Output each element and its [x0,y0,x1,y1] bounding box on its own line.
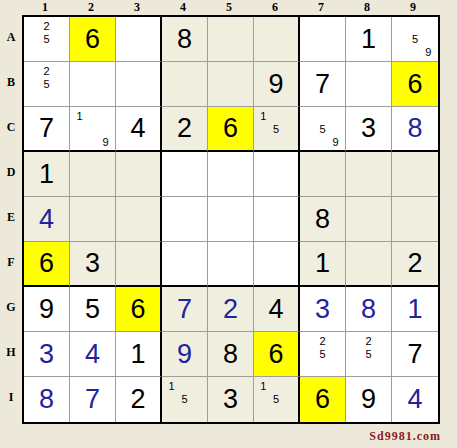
cell-value: 4 [130,115,145,142]
cell-C8[interactable]: 3 [346,107,392,152]
cell-H3[interactable]: 1 [116,332,162,377]
cell-H6[interactable]: 6 [254,332,300,377]
cell-value: 5 [85,296,100,323]
cell-G2[interactable]: 5 [70,287,116,332]
candidate-5: 5 [316,122,329,135]
candidate-5: 5 [270,122,283,135]
cell-value: 8 [223,341,238,368]
cell-value: 4 [407,386,422,413]
candidate-1: 1 [165,379,178,393]
cell-value: 3 [39,341,54,368]
cell-value: 3 [361,115,376,142]
cell-value: 3 [223,386,238,413]
row-labels: ABCDEFGHI [0,15,22,420]
row-label-H: H [0,330,22,375]
cell-H8[interactable]: 25 [346,332,392,377]
candidate-grid: 25 [24,62,69,106]
cell-G7[interactable]: 3 [300,287,346,332]
row-label-D: D [0,150,22,195]
cell-A4[interactable]: 8 [162,17,208,62]
cell-value: 6 [223,115,238,142]
cell-F8[interactable] [346,242,392,287]
candidate-grid: 59 [392,17,438,61]
cell-D4[interactable] [162,152,208,197]
cell-value: 9 [39,296,54,323]
cell-value: 7 [39,115,54,142]
cell-B9[interactable]: 6 [392,62,438,107]
candidate-2: 2 [40,19,53,32]
cell-I9[interactable]: 4 [392,377,438,422]
cell-A7[interactable] [300,17,346,62]
cell-H1[interactable]: 3 [24,332,70,377]
cell-C4[interactable]: 2 [162,107,208,152]
candidate-2: 2 [40,64,53,77]
cell-D3[interactable] [116,152,162,197]
cell-value: 8 [39,386,54,413]
cell-I4[interactable]: 15 [162,377,208,422]
cell-value: 4 [268,296,283,323]
column-label-5: 5 [206,0,252,15]
cell-D2[interactable] [70,152,116,197]
candidate-1: 1 [257,379,270,393]
candidate-grid: 25 [346,332,391,376]
cell-value: 2 [407,250,422,277]
column-label-9: 9 [390,0,436,15]
cell-G3[interactable]: 6 [116,287,162,332]
candidate-grid: 59 [300,107,345,150]
cell-value: 2 [177,115,192,142]
cell-E4[interactable] [162,197,208,242]
cell-value: 8 [177,26,192,53]
cell-G5[interactable]: 2 [208,287,254,332]
cell-H9[interactable]: 7 [392,332,438,377]
cell-E9[interactable] [392,197,438,242]
cell-C2[interactable]: 19 [70,107,116,152]
cell-C5[interactable]: 6 [208,107,254,152]
cell-F9[interactable]: 2 [392,242,438,287]
cell-E1[interactable]: 4 [24,197,70,242]
column-label-3: 3 [114,0,160,15]
candidate-2: 2 [316,334,329,347]
cell-I6[interactable]: 15 [254,377,300,422]
column-label-4: 4 [160,0,206,15]
cell-D9[interactable] [392,152,438,197]
cell-E3[interactable] [116,197,162,242]
cell-G6[interactable]: 4 [254,287,300,332]
sudoku-page: 123456789 ABCDEFGHI 25681592597671942615… [0,0,457,448]
candidate-5: 5 [316,347,329,360]
candidate-5: 5 [178,393,191,407]
cell-value: 6 [39,250,54,277]
candidate-1: 1 [257,109,270,122]
cell-value: 2 [130,386,145,413]
cell-value: 1 [407,296,422,323]
cell-F5[interactable] [208,242,254,287]
row-label-F: F [0,240,22,285]
column-labels: 123456789 [22,0,436,15]
candidate-grid: 15 [254,107,298,150]
cell-value: 8 [315,206,330,233]
cell-value: 4 [85,341,100,368]
cell-A9[interactable]: 59 [392,17,438,62]
cell-I3[interactable]: 2 [116,377,162,422]
cell-value: 7 [407,341,422,368]
cell-B8[interactable] [346,62,392,107]
cell-A6[interactable] [254,17,300,62]
candidate-5: 5 [40,32,53,45]
watermark: Sd9981.com [369,429,441,444]
cell-F4[interactable] [162,242,208,287]
cell-value: 1 [130,341,145,368]
cell-A8[interactable]: 1 [346,17,392,62]
cell-H7[interactable]: 25 [300,332,346,377]
candidate-9: 9 [422,46,435,59]
cell-A1[interactable]: 25 [24,17,70,62]
cell-C3[interactable]: 4 [116,107,162,152]
column-label-1: 1 [22,0,68,15]
cell-E6[interactable] [254,197,300,242]
cell-B4[interactable] [162,62,208,107]
cell-value: 6 [268,341,283,368]
row-label-B: B [0,60,22,105]
cell-E7[interactable]: 8 [300,197,346,242]
cell-F2[interactable]: 3 [70,242,116,287]
cell-G1[interactable]: 9 [24,287,70,332]
cell-value: 2 [223,296,238,323]
cell-D5[interactable] [208,152,254,197]
cell-C6[interactable]: 15 [254,107,300,152]
cell-value: 6 [407,71,422,98]
cell-value: 9 [361,386,376,413]
cell-value: 6 [85,26,100,53]
row-label-C: C [0,105,22,150]
cell-value: 6 [130,296,145,323]
column-label-7: 7 [298,0,344,15]
cell-B1[interactable]: 25 [24,62,70,107]
column-label-2: 2 [68,0,114,15]
cell-A3[interactable] [116,17,162,62]
cell-G4[interactable]: 7 [162,287,208,332]
candidate-grid: 15 [254,377,298,422]
cell-value: 7 [85,386,100,413]
cell-D8[interactable] [346,152,392,197]
cell-C1[interactable]: 7 [24,107,70,152]
candidate-1: 1 [73,109,86,122]
cell-H5[interactable]: 8 [208,332,254,377]
cell-F7[interactable]: 1 [300,242,346,287]
cell-value: 3 [85,250,100,277]
cell-value: 6 [315,386,330,413]
cell-value: 4 [39,206,54,233]
cell-C9[interactable]: 8 [392,107,438,152]
candidate-5: 5 [362,347,375,360]
cell-B7[interactable]: 7 [300,62,346,107]
row-label-I: I [0,375,22,420]
cell-E5[interactable] [208,197,254,242]
cell-I2[interactable]: 7 [70,377,116,422]
cell-value: 1 [39,161,54,188]
row-label-G: G [0,285,22,330]
sudoku-grid: 2568159259767194261559381486312956724381… [22,15,440,424]
cell-H2[interactable]: 4 [70,332,116,377]
candidate-grid: 15 [162,377,207,422]
candidate-grid: 25 [24,17,69,61]
cell-B6[interactable]: 9 [254,62,300,107]
candidate-5: 5 [40,77,53,90]
cell-value: 1 [315,250,330,277]
cell-F3[interactable] [116,242,162,287]
candidate-9: 9 [329,135,342,148]
row-label-E: E [0,195,22,240]
cell-F1[interactable]: 6 [24,242,70,287]
cell-D1[interactable]: 1 [24,152,70,197]
cell-A2[interactable]: 6 [70,17,116,62]
cell-A5[interactable] [208,17,254,62]
candidate-5: 5 [270,393,283,407]
candidate-2: 2 [362,334,375,347]
cell-I7[interactable]: 6 [300,377,346,422]
cell-F6[interactable] [254,242,300,287]
cell-E2[interactable] [70,197,116,242]
cell-value: 7 [177,296,192,323]
cell-D7[interactable] [300,152,346,197]
cell-value: 9 [268,71,283,98]
cell-value: 7 [315,71,330,98]
candidate-grid: 19 [70,107,115,150]
cell-B3[interactable] [116,62,162,107]
column-label-8: 8 [344,0,390,15]
cell-C7[interactable]: 59 [300,107,346,152]
cell-value: 8 [361,296,376,323]
cell-I8[interactable]: 9 [346,377,392,422]
cell-I1[interactable]: 8 [24,377,70,422]
cell-G9[interactable]: 1 [392,287,438,332]
cell-G8[interactable]: 8 [346,287,392,332]
row-label-A: A [0,15,22,60]
column-label-6: 6 [252,0,298,15]
cell-value: 1 [361,26,376,53]
cell-D6[interactable] [254,152,300,197]
cell-value: 3 [315,296,330,323]
cell-I5[interactable]: 3 [208,377,254,422]
cell-value: 9 [177,341,192,368]
candidate-9: 9 [99,135,112,148]
cell-H4[interactable]: 9 [162,332,208,377]
cell-E8[interactable] [346,197,392,242]
cell-B2[interactable] [70,62,116,107]
cell-value: 8 [407,115,422,142]
cell-B5[interactable] [208,62,254,107]
candidate-grid: 25 [300,332,345,376]
candidate-5: 5 [408,32,421,45]
